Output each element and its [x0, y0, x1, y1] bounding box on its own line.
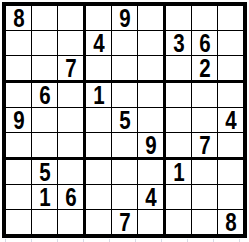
given-digit: 4: [145, 185, 156, 210]
cell-r7c5[interactable]: [112, 160, 138, 185]
cell-r8c6[interactable]: 4: [138, 185, 166, 210]
cell-r3c8[interactable]: 2: [192, 56, 218, 83]
given-digit: 1: [93, 83, 104, 108]
cell-r5c3[interactable]: [58, 108, 86, 133]
given-digit: 6: [39, 83, 50, 108]
cell-r7c2[interactable]: 5: [32, 160, 58, 185]
given-digit: 7: [119, 210, 130, 235]
given-digit: 8: [13, 6, 24, 31]
cell-r3c1[interactable]: [6, 56, 32, 83]
cell-r6c1[interactable]: [6, 133, 32, 160]
given-digit: 5: [119, 108, 130, 133]
cell-r1c3[interactable]: [58, 6, 86, 31]
given-digit: 1: [39, 185, 50, 210]
cell-r3c6[interactable]: [138, 56, 166, 83]
given-digit: 6: [199, 31, 210, 56]
cell-r4c6[interactable]: [138, 83, 166, 108]
cell-r1c4[interactable]: [86, 6, 112, 31]
cell-r2c7[interactable]: 3: [166, 31, 192, 56]
cell-r1c8[interactable]: [192, 6, 218, 31]
cell-r6c4[interactable]: [86, 133, 112, 160]
cell-r5c2[interactable]: [32, 108, 58, 133]
cell-r9c2[interactable]: [32, 210, 58, 234]
cell-r3c4[interactable]: [86, 56, 112, 83]
cell-r8c1[interactable]: [6, 185, 32, 210]
cell-r4c9[interactable]: [218, 83, 243, 108]
cell-r7c7[interactable]: 1: [166, 160, 192, 185]
cell-r9c4[interactable]: [86, 210, 112, 234]
given-digit: 8: [225, 210, 236, 235]
given-digit: 9: [119, 6, 130, 31]
cell-r6c5[interactable]: [112, 133, 138, 160]
cell-r4c3[interactable]: [58, 83, 86, 108]
cell-r9c6[interactable]: [138, 210, 166, 234]
cell-r5c7[interactable]: [166, 108, 192, 133]
cell-r3c3[interactable]: 7: [58, 56, 86, 83]
cell-r7c6[interactable]: [138, 160, 166, 185]
cell-r8c4[interactable]: [86, 185, 112, 210]
cell-r5c1[interactable]: 9: [6, 108, 32, 133]
cell-r5c4[interactable]: [86, 108, 112, 133]
cell-r7c3[interactable]: [58, 160, 86, 185]
cell-r5c5[interactable]: 5: [112, 108, 138, 133]
given-digit: 7: [65, 56, 76, 81]
cell-r9c9[interactable]: 8: [218, 210, 243, 234]
cell-r2c4[interactable]: 4: [86, 31, 112, 56]
cell-r3c9[interactable]: [218, 56, 243, 83]
cell-r3c2[interactable]: [32, 56, 58, 83]
cell-r9c1[interactable]: [6, 210, 32, 234]
cell-r9c8[interactable]: [192, 210, 218, 234]
given-digit: 5: [39, 160, 50, 185]
sudoku-board: 894367261954975116478: [2, 2, 247, 238]
cell-r9c3[interactable]: [58, 210, 86, 234]
cell-r9c7[interactable]: [166, 210, 192, 234]
cell-r8c5[interactable]: [112, 185, 138, 210]
cell-r7c1[interactable]: [6, 160, 32, 185]
cell-r7c4[interactable]: [86, 160, 112, 185]
cell-r4c2[interactable]: 6: [32, 83, 58, 108]
cell-r5c9[interactable]: 4: [218, 108, 243, 133]
cell-r2c1[interactable]: [6, 31, 32, 56]
given-digit: 7: [199, 133, 210, 158]
cell-r1c5[interactable]: 9: [112, 6, 138, 31]
given-digit: 4: [225, 108, 236, 133]
cell-r3c7[interactable]: [166, 56, 192, 83]
cell-r1c7[interactable]: [166, 6, 192, 31]
cell-r2c9[interactable]: [218, 31, 243, 56]
cell-r7c8[interactable]: [192, 160, 218, 185]
cell-r2c6[interactable]: [138, 31, 166, 56]
cell-r1c1[interactable]: 8: [6, 6, 32, 31]
given-digit: 9: [13, 108, 24, 133]
cell-r8c8[interactable]: [192, 185, 218, 210]
cell-r4c5[interactable]: [112, 83, 138, 108]
cell-r4c1[interactable]: [6, 83, 32, 108]
cell-r8c7[interactable]: [166, 185, 192, 210]
cell-r4c8[interactable]: [192, 83, 218, 108]
given-digit: 2: [199, 56, 210, 81]
cell-r2c3[interactable]: [58, 31, 86, 56]
cell-r8c2[interactable]: 1: [32, 185, 58, 210]
cell-r1c6[interactable]: [138, 6, 166, 31]
given-digit: 9: [145, 133, 156, 158]
cell-r2c8[interactable]: 6: [192, 31, 218, 56]
given-digit: 1: [173, 160, 184, 185]
cell-r4c7[interactable]: [166, 83, 192, 108]
cell-r7c9[interactable]: [218, 160, 243, 185]
cell-r5c8[interactable]: [192, 108, 218, 133]
cell-r8c3[interactable]: 6: [58, 185, 86, 210]
given-digit: 3: [173, 31, 184, 56]
cell-r1c2[interactable]: [32, 6, 58, 31]
cell-r8c9[interactable]: [218, 185, 243, 210]
given-digit: 6: [65, 185, 76, 210]
cell-r6c9[interactable]: [218, 133, 243, 160]
cell-r4c4[interactable]: 1: [86, 83, 112, 108]
cell-r6c6[interactable]: 9: [138, 133, 166, 160]
given-digit: 4: [93, 31, 104, 56]
cell-r2c2[interactable]: [32, 31, 58, 56]
cell-r1c9[interactable]: [218, 6, 243, 31]
cell-r6c8[interactable]: 7: [192, 133, 218, 160]
cell-r9c5[interactable]: 7: [112, 210, 138, 234]
cell-r6c2[interactable]: [32, 133, 58, 160]
cell-r3c5[interactable]: [112, 56, 138, 83]
cell-r6c3[interactable]: [58, 133, 86, 160]
cell-r2c5[interactable]: [112, 31, 138, 56]
cell-r5c6[interactable]: [138, 108, 166, 133]
cell-r6c7[interactable]: [166, 133, 192, 160]
